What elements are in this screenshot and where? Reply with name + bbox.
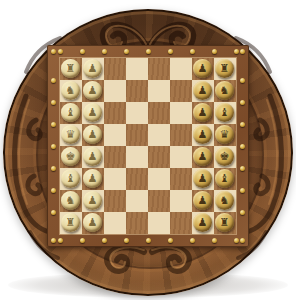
brass-stud [240, 188, 245, 193]
square[interactable]: ♜ [60, 212, 82, 234]
square[interactable]: ♝ [214, 102, 236, 124]
piece-glyph: ♟ [198, 59, 208, 78]
square[interactable] [104, 146, 126, 168]
black-rook[interactable]: ♜ [215, 59, 234, 78]
square[interactable]: ♝ [60, 168, 82, 190]
piece-glyph: ♟ [198, 147, 208, 166]
square[interactable]: ♟ [192, 124, 214, 146]
brass-stud [240, 78, 245, 83]
black-bishop[interactable]: ♝ [215, 103, 234, 122]
piece-glyph: ♞ [220, 81, 230, 100]
square[interactable]: ♞ [60, 190, 82, 212]
square[interactable]: ♟ [82, 102, 104, 124]
square[interactable]: ♜ [60, 58, 82, 80]
piece-glyph: ♟ [198, 125, 208, 144]
brass-stud [240, 49, 245, 54]
square[interactable]: ♟ [192, 146, 214, 168]
brass-stud [58, 238, 63, 243]
brass-stud [212, 49, 217, 54]
black-pawn[interactable]: ♟ [193, 103, 212, 122]
square[interactable]: ♟ [82, 212, 104, 234]
square[interactable] [126, 168, 148, 190]
black-pawn[interactable]: ♟ [193, 125, 212, 144]
square[interactable] [170, 102, 192, 124]
square[interactable]: ♞ [214, 80, 236, 102]
white-pawn[interactable]: ♟ [83, 169, 102, 188]
brass-stud [51, 122, 56, 127]
piece-glyph: ♟ [198, 169, 208, 188]
square[interactable] [148, 102, 170, 124]
brass-stud [51, 238, 56, 243]
white-bishop[interactable]: ♝ [61, 169, 80, 188]
white-knight[interactable]: ♞ [61, 81, 80, 100]
square[interactable] [148, 190, 170, 212]
board: ♜♟♟♜♞♟♟♞♝♟♟♝♛♟♟♛♚♟♟♚♝♟♟♝♞♟♟♞♜♟♟♜ [60, 58, 236, 234]
brass-stud [240, 144, 245, 149]
square[interactable] [126, 146, 148, 168]
square[interactable] [104, 190, 126, 212]
white-bishop[interactable]: ♝ [61, 103, 80, 122]
brass-stud [168, 238, 173, 243]
square[interactable]: ♟ [82, 190, 104, 212]
square[interactable]: ♟ [82, 124, 104, 146]
brass-stud [212, 238, 217, 243]
brass-stud [234, 49, 239, 54]
piece-glyph: ♜ [220, 213, 230, 232]
brass-stud [80, 238, 85, 243]
square[interactable]: ♟ [82, 58, 104, 80]
piece-glyph: ♟ [88, 103, 98, 122]
piece-glyph: ♟ [198, 103, 208, 122]
black-pawn[interactable]: ♟ [193, 59, 212, 78]
square[interactable] [126, 190, 148, 212]
square[interactable] [170, 146, 192, 168]
brass-stud [51, 100, 56, 105]
square[interactable]: ♟ [192, 168, 214, 190]
square[interactable]: ♛ [60, 124, 82, 146]
piece-glyph: ♞ [66, 81, 76, 100]
white-pawn[interactable]: ♟ [83, 191, 102, 210]
square[interactable]: ♜ [214, 212, 236, 234]
square[interactable] [104, 102, 126, 124]
white-pawn[interactable]: ♟ [83, 213, 102, 232]
brass-stud [58, 49, 63, 54]
piece-glyph: ♟ [198, 213, 208, 232]
square[interactable] [148, 146, 170, 168]
white-queen[interactable]: ♛ [61, 125, 80, 144]
square[interactable] [126, 212, 148, 234]
square[interactable]: ♛ [214, 124, 236, 146]
black-queen[interactable]: ♛ [215, 125, 234, 144]
piece-glyph: ♟ [88, 169, 98, 188]
piece-glyph: ♟ [88, 125, 98, 144]
white-pawn[interactable]: ♟ [83, 103, 102, 122]
piece-glyph: ♛ [220, 125, 230, 144]
square[interactable] [170, 190, 192, 212]
black-pawn[interactable]: ♟ [193, 147, 212, 166]
square[interactable] [126, 80, 148, 102]
brass-stud [124, 238, 129, 243]
square[interactable] [170, 168, 192, 190]
brass-stud [146, 238, 151, 243]
piece-glyph: ♟ [88, 191, 98, 210]
square[interactable]: ♞ [214, 190, 236, 212]
brass-stud [51, 210, 56, 215]
square[interactable] [104, 124, 126, 146]
square[interactable] [126, 124, 148, 146]
square[interactable]: ♟ [82, 168, 104, 190]
brass-stud [51, 188, 56, 193]
white-rook[interactable]: ♜ [61, 213, 80, 232]
black-knight[interactable]: ♞ [215, 81, 234, 100]
brass-stud [190, 49, 195, 54]
piece-glyph: ♝ [66, 169, 76, 188]
square[interactable] [148, 212, 170, 234]
piece-glyph: ♝ [220, 169, 230, 188]
piece-glyph: ♜ [220, 59, 230, 78]
black-king[interactable]: ♚ [215, 147, 234, 166]
square[interactable] [104, 168, 126, 190]
square[interactable] [104, 58, 126, 80]
piece-glyph: ♜ [66, 59, 76, 78]
brass-stud [51, 49, 56, 54]
brass-stud [190, 238, 195, 243]
piece-glyph: ♞ [220, 191, 230, 210]
white-pawn[interactable]: ♟ [83, 59, 102, 78]
square[interactable]: ♟ [192, 58, 214, 80]
brass-stud [124, 49, 129, 54]
square[interactable]: ♟ [192, 212, 214, 234]
square[interactable] [170, 124, 192, 146]
black-pawn[interactable]: ♟ [193, 169, 212, 188]
black-pawn[interactable]: ♟ [193, 213, 212, 232]
white-pawn[interactable]: ♟ [83, 147, 102, 166]
white-king[interactable]: ♚ [61, 147, 80, 166]
brass-stud [146, 49, 151, 54]
black-knight[interactable]: ♞ [215, 191, 234, 210]
piece-glyph: ♞ [66, 191, 76, 210]
square[interactable]: ♚ [60, 146, 82, 168]
piece-glyph: ♟ [88, 59, 98, 78]
square[interactable]: ♟ [82, 146, 104, 168]
square[interactable]: ♟ [192, 102, 214, 124]
square[interactable] [104, 212, 126, 234]
white-pawn[interactable]: ♟ [83, 81, 102, 100]
brass-stud [168, 49, 173, 54]
piece-glyph: ♟ [198, 81, 208, 100]
piece-glyph: ♝ [66, 103, 76, 122]
square[interactable]: ♜ [214, 58, 236, 80]
square[interactable]: ♝ [214, 168, 236, 190]
square[interactable]: ♚ [214, 146, 236, 168]
square[interactable]: ♟ [192, 190, 214, 212]
square[interactable] [170, 212, 192, 234]
piece-glyph: ♟ [88, 147, 98, 166]
brass-stud [51, 144, 56, 149]
brass-stud [80, 49, 85, 54]
square[interactable] [170, 80, 192, 102]
brass-stud [240, 100, 245, 105]
piece-glyph: ♟ [198, 191, 208, 210]
square[interactable] [148, 124, 170, 146]
piece-glyph: ♝ [220, 103, 230, 122]
square[interactable] [126, 58, 148, 80]
piece-glyph: ♛ [66, 125, 76, 144]
square[interactable] [148, 168, 170, 190]
piece-glyph: ♜ [66, 213, 76, 232]
brass-stud [51, 166, 56, 171]
piece-glyph: ♚ [66, 147, 76, 166]
chess-board-frame: ♜♟♟♜♞♟♟♞♝♟♟♝♛♟♟♛♚♟♟♚♝♟♟♝♞♟♟♞♜♟♟♜ [47, 45, 249, 247]
white-pawn[interactable]: ♟ [83, 125, 102, 144]
square[interactable]: ♟ [82, 80, 104, 102]
square[interactable] [126, 102, 148, 124]
brass-stud [240, 210, 245, 215]
black-pawn[interactable]: ♟ [193, 191, 212, 210]
square[interactable]: ♝ [60, 102, 82, 124]
square[interactable] [148, 58, 170, 80]
square[interactable] [170, 58, 192, 80]
brass-stud [234, 238, 239, 243]
white-knight[interactable]: ♞ [61, 191, 80, 210]
piece-glyph: ♟ [88, 81, 98, 100]
brass-stud [240, 122, 245, 127]
piece-glyph: ♚ [220, 147, 230, 166]
square[interactable]: ♞ [60, 80, 82, 102]
black-bishop[interactable]: ♝ [215, 169, 234, 188]
square[interactable] [104, 80, 126, 102]
black-rook[interactable]: ♜ [215, 213, 234, 232]
brass-stud [240, 238, 245, 243]
piece-glyph: ♟ [88, 213, 98, 232]
square[interactable]: ♟ [192, 80, 214, 102]
square[interactable] [148, 80, 170, 102]
white-rook[interactable]: ♜ [61, 59, 80, 78]
brass-stud [240, 166, 245, 171]
brass-stud [102, 238, 107, 243]
brass-stud [102, 49, 107, 54]
brass-stud [51, 78, 56, 83]
black-pawn[interactable]: ♟ [193, 81, 212, 100]
